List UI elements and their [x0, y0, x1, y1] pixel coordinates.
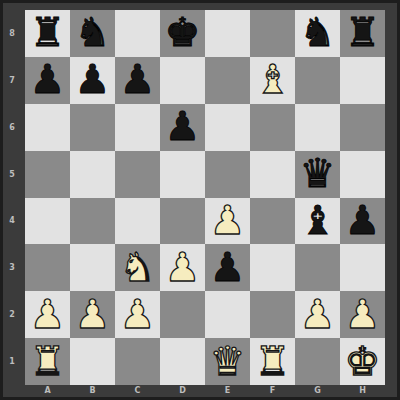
square-h2[interactable]: ♟ [340, 291, 385, 338]
piece-black-rook[interactable]: ♜ [345, 12, 381, 52]
square-e7[interactable] [205, 57, 250, 104]
square-a6[interactable] [25, 104, 70, 151]
square-d2[interactable] [160, 291, 205, 338]
file-label-a: A [25, 384, 70, 397]
rank-label-3: 3 [3, 244, 21, 291]
square-b8[interactable]: ♞ [70, 10, 115, 57]
square-h8[interactable]: ♜ [340, 10, 385, 57]
square-c7[interactable]: ♟ [115, 57, 160, 104]
rank-label-8: 8 [3, 10, 21, 57]
piece-white-pawn[interactable]: ♟ [300, 294, 336, 334]
square-b4[interactable] [70, 198, 115, 245]
square-g3[interactable] [295, 244, 340, 291]
rank-label-2: 2 [3, 291, 21, 338]
square-h6[interactable] [340, 104, 385, 151]
square-d4[interactable] [160, 198, 205, 245]
piece-black-pawn[interactable]: ♟ [30, 59, 66, 99]
piece-black-king[interactable]: ♚ [165, 12, 201, 52]
piece-black-knight[interactable]: ♞ [75, 12, 111, 52]
square-c3[interactable]: ♞ [115, 244, 160, 291]
square-g4[interactable]: ♝ [295, 198, 340, 245]
file-label-h: H [340, 384, 385, 397]
piece-white-pawn[interactable]: ♟ [210, 200, 246, 240]
square-e2[interactable] [205, 291, 250, 338]
piece-white-pawn[interactable]: ♟ [30, 294, 66, 334]
piece-black-queen[interactable]: ♛ [300, 153, 336, 193]
piece-black-rook[interactable]: ♜ [30, 12, 66, 52]
square-g8[interactable]: ♞ [295, 10, 340, 57]
square-e4[interactable]: ♟ [205, 198, 250, 245]
square-d7[interactable] [160, 57, 205, 104]
rank-label-1: 1 [3, 338, 21, 385]
square-f3[interactable] [250, 244, 295, 291]
piece-white-king[interactable]: ♚ [345, 341, 381, 381]
square-f4[interactable] [250, 198, 295, 245]
square-a3[interactable] [25, 244, 70, 291]
square-e3[interactable]: ♟ [205, 244, 250, 291]
square-d8[interactable]: ♚ [160, 10, 205, 57]
square-h1[interactable]: ♚ [340, 338, 385, 385]
square-g1[interactable] [295, 338, 340, 385]
square-g5[interactable]: ♛ [295, 151, 340, 198]
square-a8[interactable]: ♜ [25, 10, 70, 57]
file-labels: ABCDEFGH [25, 384, 385, 397]
square-b7[interactable]: ♟ [70, 57, 115, 104]
square-c2[interactable]: ♟ [115, 291, 160, 338]
square-c5[interactable] [115, 151, 160, 198]
file-label-c: C [115, 384, 160, 397]
rank-label-4: 4 [3, 198, 21, 245]
square-b1[interactable] [70, 338, 115, 385]
square-d1[interactable] [160, 338, 205, 385]
piece-white-queen[interactable]: ♛ [210, 341, 246, 381]
square-a4[interactable] [25, 198, 70, 245]
piece-white-knight[interactable]: ♞ [120, 247, 156, 287]
square-g7[interactable] [295, 57, 340, 104]
piece-black-bishop[interactable]: ♝ [300, 200, 336, 240]
square-g6[interactable] [295, 104, 340, 151]
piece-white-pawn[interactable]: ♟ [345, 294, 381, 334]
square-e5[interactable] [205, 151, 250, 198]
rank-labels: 87654321 [3, 10, 21, 385]
piece-white-rook[interactable]: ♜ [255, 341, 291, 381]
square-d5[interactable] [160, 151, 205, 198]
piece-black-pawn[interactable]: ♟ [120, 59, 156, 99]
rank-label-5: 5 [3, 151, 21, 198]
chessboard: ♜♞♚♞♜♟♟♟♝♟♛♟♝♟♞♟♟♟♟♟♟♟♜♛♜♚ [25, 10, 385, 385]
square-a7[interactable]: ♟ [25, 57, 70, 104]
square-d6[interactable]: ♟ [160, 104, 205, 151]
square-d3[interactable]: ♟ [160, 244, 205, 291]
square-e1[interactable]: ♛ [205, 338, 250, 385]
square-a2[interactable]: ♟ [25, 291, 70, 338]
rank-label-6: 6 [3, 104, 21, 151]
square-a5[interactable] [25, 151, 70, 198]
piece-black-knight[interactable]: ♞ [300, 12, 336, 52]
square-f7[interactable]: ♝ [250, 57, 295, 104]
square-h3[interactable] [340, 244, 385, 291]
square-f2[interactable] [250, 291, 295, 338]
file-label-b: B [70, 384, 115, 397]
piece-white-rook[interactable]: ♜ [30, 341, 66, 381]
square-h4[interactable]: ♟ [340, 198, 385, 245]
square-h7[interactable] [340, 57, 385, 104]
square-g2[interactable]: ♟ [295, 291, 340, 338]
file-label-f: F [250, 384, 295, 397]
piece-black-pawn[interactable]: ♟ [210, 247, 246, 287]
piece-white-pawn[interactable]: ♟ [75, 294, 111, 334]
square-b3[interactable] [70, 244, 115, 291]
piece-white-pawn[interactable]: ♟ [165, 247, 201, 287]
square-c4[interactable] [115, 198, 160, 245]
chessboard-frame: 87654321 ♜♞♚♞♜♟♟♟♝♟♛♟♝♟♞♟♟♟♟♟♟♟♜♛♜♚ ABCD… [0, 0, 400, 400]
square-h5[interactable] [340, 151, 385, 198]
file-label-g: G [295, 384, 340, 397]
square-f5[interactable] [250, 151, 295, 198]
square-b2[interactable]: ♟ [70, 291, 115, 338]
square-f8[interactable] [250, 10, 295, 57]
square-f6[interactable] [250, 104, 295, 151]
square-c6[interactable] [115, 104, 160, 151]
rank-label-7: 7 [3, 57, 21, 104]
piece-white-bishop[interactable]: ♝ [255, 59, 291, 99]
square-c8[interactable] [115, 10, 160, 57]
piece-black-pawn[interactable]: ♟ [345, 200, 381, 240]
square-b6[interactable] [70, 104, 115, 151]
piece-black-pawn[interactable]: ♟ [75, 59, 111, 99]
square-a1[interactable]: ♜ [25, 338, 70, 385]
piece-white-pawn[interactable]: ♟ [120, 294, 156, 334]
square-e8[interactable] [205, 10, 250, 57]
square-c1[interactable] [115, 338, 160, 385]
file-label-d: D [160, 384, 205, 397]
square-e6[interactable] [205, 104, 250, 151]
square-b5[interactable] [70, 151, 115, 198]
file-label-e: E [205, 384, 250, 397]
square-f1[interactable]: ♜ [250, 338, 295, 385]
piece-black-pawn[interactable]: ♟ [165, 106, 201, 146]
